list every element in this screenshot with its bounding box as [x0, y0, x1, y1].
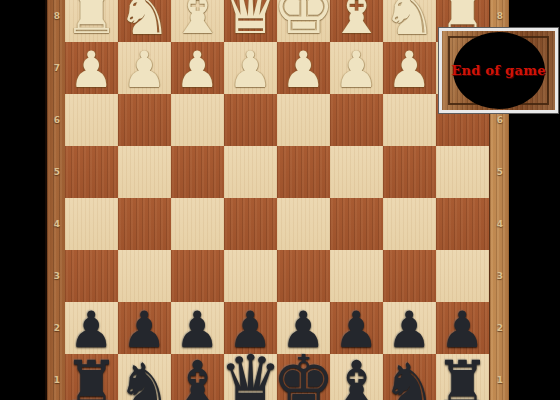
knight-icon: ♞: [383, 357, 437, 400]
black-king-e1[interactable]: ♚: [277, 344, 330, 400]
square-a4[interactable]: [65, 198, 118, 250]
pawn-icon: ♟: [334, 47, 379, 95]
square-d3[interactable]: [224, 250, 277, 302]
square-f4[interactable]: [330, 198, 383, 250]
pawn-icon: ♟: [281, 47, 326, 95]
rank-label-right-1: 1: [490, 374, 509, 386]
rank-label-right-5: 5: [490, 166, 509, 178]
square-a6[interactable]: [65, 94, 118, 146]
bishop-icon: ♝: [329, 0, 385, 42]
square-c5[interactable]: [171, 146, 224, 198]
square-b3[interactable]: [118, 250, 171, 302]
black-bishop-c1[interactable]: ♝: [171, 352, 224, 400]
rank-label-right-8: 8: [490, 10, 509, 22]
rook-icon: ♜: [64, 0, 120, 42]
pawn-icon: ♟: [69, 47, 114, 95]
square-b5[interactable]: [118, 146, 171, 198]
pawn-icon: ♟: [122, 307, 167, 355]
square-e3[interactable]: [277, 250, 330, 302]
rank-label-left-4: 4: [47, 218, 67, 230]
king-icon: ♚: [272, 348, 335, 400]
end-of-game-dialog[interactable]: End of game: [439, 28, 558, 113]
square-g6[interactable]: [383, 94, 436, 146]
black-rook-a1[interactable]: ♜: [65, 352, 118, 400]
square-d4[interactable]: [224, 198, 277, 250]
square-g4[interactable]: [383, 198, 436, 250]
bishop-icon: ♝: [170, 355, 226, 400]
square-f3[interactable]: [330, 250, 383, 302]
square-c3[interactable]: [171, 250, 224, 302]
square-c4[interactable]: [171, 198, 224, 250]
black-bishop-f1[interactable]: ♝: [330, 352, 383, 400]
bishop-icon: ♝: [170, 0, 226, 42]
square-f6[interactable]: [330, 94, 383, 146]
square-a5[interactable]: [65, 146, 118, 198]
black-queen-d1[interactable]: ♛: [224, 344, 277, 400]
pawn-icon: ♟: [228, 47, 273, 95]
white-pawn-g7[interactable]: ♟: [383, 44, 436, 94]
board-squares: ♜♞♝♛♚♝♞♜♟♟♟♟♟♟♟♟♟♟♟♟♟♟♟♟♜♞♝♛♚♝♞♜: [65, 0, 489, 400]
rank-label-left-6: 6: [47, 114, 67, 126]
black-knight-g1[interactable]: ♞: [383, 354, 436, 400]
square-h3[interactable]: [436, 250, 489, 302]
square-h5[interactable]: [436, 146, 489, 198]
end-of-game-text: End of game: [442, 31, 555, 110]
white-pawn-e7[interactable]: ♟: [277, 44, 330, 94]
rank-label-right-6: 6: [490, 114, 509, 126]
king-icon: ♚: [272, 0, 335, 42]
rook-icon: ♜: [64, 355, 120, 400]
rook-icon: ♜: [435, 355, 491, 400]
knight-icon: ♞: [118, 0, 172, 42]
white-pawn-d7[interactable]: ♟: [224, 44, 277, 94]
square-f5[interactable]: [330, 146, 383, 198]
rank-label-left-3: 3: [47, 270, 67, 282]
white-knight-b8[interactable]: ♞: [118, 0, 171, 42]
white-pawn-c7[interactable]: ♟: [171, 44, 224, 94]
pawn-icon: ♟: [122, 47, 167, 95]
rank-label-left-2: 2: [47, 322, 67, 334]
end-of-game-backdrop: End of game: [442, 31, 555, 110]
white-king-e8[interactable]: ♚: [277, 0, 330, 42]
white-pawn-b7[interactable]: ♟: [118, 44, 171, 94]
square-d6[interactable]: [224, 94, 277, 146]
rank-label-right-2: 2: [490, 322, 509, 334]
white-bishop-f8[interactable]: ♝: [330, 0, 383, 42]
black-pawn-b2[interactable]: ♟: [118, 304, 171, 354]
square-b4[interactable]: [118, 198, 171, 250]
knight-icon: ♞: [118, 357, 172, 400]
white-knight-g8[interactable]: ♞: [383, 0, 436, 42]
pawn-icon: ♟: [387, 307, 432, 355]
square-d5[interactable]: [224, 146, 277, 198]
white-queen-d8[interactable]: ♛: [224, 0, 277, 42]
black-knight-b1[interactable]: ♞: [118, 354, 171, 400]
black-pawn-g2[interactable]: ♟: [383, 304, 436, 354]
bishop-icon: ♝: [329, 355, 385, 400]
knight-icon: ♞: [383, 0, 437, 42]
app-screen: 87654321 ♜♞♝♛♚♝♞♜♟♟♟♟♟♟♟♟♟♟♟♟♟♟♟♟♜♞♝♛♚♝♞…: [0, 0, 560, 400]
rank-label-left-5: 5: [47, 166, 67, 178]
square-g5[interactable]: [383, 146, 436, 198]
square-g3[interactable]: [383, 250, 436, 302]
rank-label-right-4: 4: [490, 218, 509, 230]
rank-label-left-7: 7: [47, 62, 67, 74]
square-h4[interactable]: [436, 198, 489, 250]
square-e6[interactable]: [277, 94, 330, 146]
square-e5[interactable]: [277, 146, 330, 198]
white-rook-a8[interactable]: ♜: [65, 0, 118, 42]
black-rook-h1[interactable]: ♜: [436, 352, 489, 400]
square-e4[interactable]: [277, 198, 330, 250]
white-pawn-f7[interactable]: ♟: [330, 44, 383, 94]
white-bishop-c8[interactable]: ♝: [171, 0, 224, 42]
square-c6[interactable]: [171, 94, 224, 146]
pawn-icon: ♟: [387, 47, 432, 95]
square-b6[interactable]: [118, 94, 171, 146]
rank-label-right-3: 3: [490, 270, 509, 282]
square-a3[interactable]: [65, 250, 118, 302]
pawn-icon: ♟: [175, 47, 220, 95]
white-pawn-a7[interactable]: ♟: [65, 44, 118, 94]
